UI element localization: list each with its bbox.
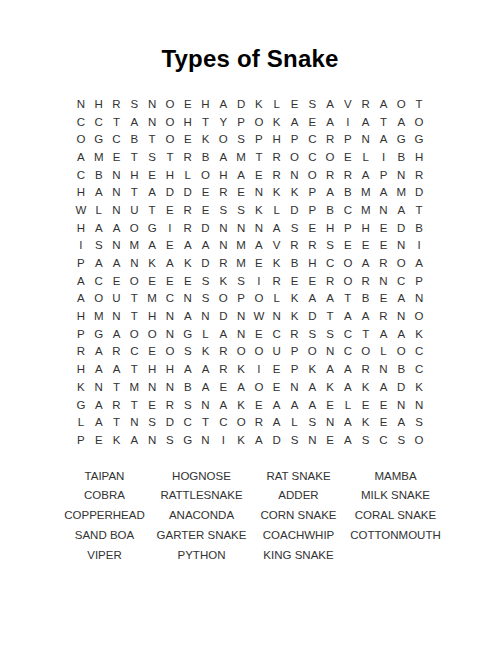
- grid-cell[interactable]: E: [143, 343, 161, 361]
- grid-cell[interactable]: S: [161, 431, 179, 449]
- grid-cell[interactable]: S: [179, 343, 197, 361]
- grid-cell[interactable]: S: [303, 325, 321, 343]
- grid-cell[interactable]: T: [197, 413, 215, 431]
- grid-cell[interactable]: T: [357, 325, 375, 343]
- grid-cell[interactable]: K: [197, 343, 215, 361]
- grid-cell[interactable]: M: [232, 237, 250, 255]
- grid-cell[interactable]: N: [392, 166, 410, 184]
- grid-cell[interactable]: N: [250, 183, 268, 201]
- grid-cell[interactable]: O: [392, 95, 410, 113]
- grid-cell[interactable]: N: [143, 378, 161, 396]
- grid-cell[interactable]: N: [321, 413, 339, 431]
- grid-cell[interactable]: A: [357, 254, 375, 272]
- grid-cell[interactable]: A: [375, 130, 393, 148]
- grid-cell[interactable]: M: [143, 290, 161, 308]
- grid-cell[interactable]: P: [339, 130, 357, 148]
- grid-cell[interactable]: N: [197, 431, 215, 449]
- grid-cell[interactable]: N: [108, 307, 126, 325]
- grid-cell[interactable]: H: [143, 360, 161, 378]
- grid-cell[interactable]: A: [339, 307, 357, 325]
- grid-cell[interactable]: Y: [214, 113, 232, 131]
- grid-cell[interactable]: R: [179, 219, 197, 237]
- grid-cell[interactable]: M: [357, 201, 375, 219]
- grid-cell[interactable]: R: [303, 237, 321, 255]
- grid-cell[interactable]: O: [339, 272, 357, 290]
- grid-cell[interactable]: K: [143, 254, 161, 272]
- grid-cell[interactable]: A: [108, 219, 126, 237]
- grid-cell[interactable]: T: [161, 148, 179, 166]
- grid-cell[interactable]: M: [392, 183, 410, 201]
- grid-cell[interactable]: K: [72, 378, 90, 396]
- grid-cell[interactable]: W: [250, 307, 268, 325]
- grid-cell[interactable]: O: [303, 166, 321, 184]
- grid-cell[interactable]: S: [90, 237, 108, 255]
- grid-cell[interactable]: A: [197, 360, 215, 378]
- grid-cell[interactable]: N: [392, 396, 410, 414]
- grid-cell[interactable]: B: [410, 219, 428, 237]
- grid-cell[interactable]: T: [143, 130, 161, 148]
- grid-cell[interactable]: O: [232, 413, 250, 431]
- grid-cell[interactable]: I: [410, 237, 428, 255]
- grid-cell[interactable]: P: [72, 254, 90, 272]
- grid-cell[interactable]: D: [232, 95, 250, 113]
- grid-cell[interactable]: R: [339, 166, 357, 184]
- grid-cell[interactable]: O: [250, 343, 268, 361]
- grid-cell[interactable]: M: [125, 237, 143, 255]
- grid-cell[interactable]: D: [392, 219, 410, 237]
- grid-cell[interactable]: L: [339, 396, 357, 414]
- grid-cell[interactable]: G: [179, 325, 197, 343]
- grid-cell[interactable]: T: [125, 290, 143, 308]
- grid-cell[interactable]: A: [357, 113, 375, 131]
- grid-cell[interactable]: V: [339, 95, 357, 113]
- grid-cell[interactable]: A: [375, 325, 393, 343]
- grid-cell[interactable]: A: [232, 378, 250, 396]
- grid-cell[interactable]: A: [90, 360, 108, 378]
- grid-cell[interactable]: K: [232, 396, 250, 414]
- grid-cell[interactable]: E: [108, 272, 126, 290]
- grid-cell[interactable]: K: [268, 254, 286, 272]
- grid-cell[interactable]: O: [232, 343, 250, 361]
- grid-cell[interactable]: S: [392, 431, 410, 449]
- grid-cell[interactable]: W: [72, 201, 90, 219]
- grid-cell[interactable]: E: [375, 396, 393, 414]
- grid-cell[interactable]: A: [125, 431, 143, 449]
- grid-cell[interactable]: A: [179, 307, 197, 325]
- grid-cell[interactable]: E: [161, 237, 179, 255]
- grid-cell[interactable]: O: [250, 378, 268, 396]
- grid-cell[interactable]: A: [268, 413, 286, 431]
- grid-cell[interactable]: P: [72, 325, 90, 343]
- grid-cell[interactable]: R: [214, 360, 232, 378]
- grid-cell[interactable]: O: [410, 113, 428, 131]
- grid-cell[interactable]: A: [108, 360, 126, 378]
- grid-cell[interactable]: N: [232, 219, 250, 237]
- grid-cell[interactable]: N: [197, 396, 215, 414]
- grid-cell[interactable]: R: [286, 237, 304, 255]
- grid-cell[interactable]: A: [197, 237, 215, 255]
- grid-cell[interactable]: T: [108, 378, 126, 396]
- grid-cell[interactable]: E: [250, 396, 268, 414]
- grid-cell[interactable]: R: [214, 343, 232, 361]
- grid-cell[interactable]: N: [143, 431, 161, 449]
- grid-cell[interactable]: K: [303, 360, 321, 378]
- grid-cell[interactable]: N: [303, 431, 321, 449]
- grid-cell[interactable]: O: [143, 325, 161, 343]
- grid-cell[interactable]: A: [321, 290, 339, 308]
- grid-cell[interactable]: K: [286, 307, 304, 325]
- grid-cell[interactable]: H: [143, 307, 161, 325]
- grid-cell[interactable]: O: [303, 343, 321, 361]
- grid-cell[interactable]: K: [321, 378, 339, 396]
- grid-cell[interactable]: E: [197, 183, 215, 201]
- grid-cell[interactable]: E: [143, 166, 161, 184]
- grid-cell[interactable]: E: [286, 272, 304, 290]
- grid-cell[interactable]: A: [375, 183, 393, 201]
- grid-cell[interactable]: S: [197, 272, 215, 290]
- grid-cell[interactable]: D: [268, 431, 286, 449]
- grid-cell[interactable]: O: [392, 254, 410, 272]
- grid-cell[interactable]: K: [410, 325, 428, 343]
- grid-cell[interactable]: A: [375, 378, 393, 396]
- grid-cell[interactable]: O: [339, 254, 357, 272]
- grid-cell[interactable]: A: [90, 219, 108, 237]
- grid-cell[interactable]: N: [143, 95, 161, 113]
- grid-cell[interactable]: I: [375, 148, 393, 166]
- grid-cell[interactable]: H: [321, 219, 339, 237]
- grid-cell[interactable]: O: [161, 95, 179, 113]
- grid-cell[interactable]: I: [161, 219, 179, 237]
- grid-cell[interactable]: A: [286, 113, 304, 131]
- grid-cell[interactable]: E: [268, 360, 286, 378]
- grid-cell[interactable]: N: [108, 201, 126, 219]
- grid-cell[interactable]: P: [303, 183, 321, 201]
- grid-cell[interactable]: A: [232, 166, 250, 184]
- grid-cell[interactable]: E: [179, 95, 197, 113]
- grid-cell[interactable]: K: [250, 95, 268, 113]
- grid-cell[interactable]: P: [410, 272, 428, 290]
- grid-cell[interactable]: E: [90, 431, 108, 449]
- grid-cell[interactable]: R: [286, 325, 304, 343]
- grid-cell[interactable]: G: [392, 130, 410, 148]
- grid-cell[interactable]: O: [321, 148, 339, 166]
- grid-cell[interactable]: O: [161, 113, 179, 131]
- grid-cell[interactable]: E: [161, 201, 179, 219]
- grid-cell[interactable]: A: [321, 360, 339, 378]
- grid-cell[interactable]: E: [375, 413, 393, 431]
- grid-cell[interactable]: C: [125, 343, 143, 361]
- grid-cell[interactable]: O: [410, 431, 428, 449]
- grid-cell[interactable]: O: [125, 272, 143, 290]
- grid-cell[interactable]: B: [286, 254, 304, 272]
- grid-cell[interactable]: A: [214, 148, 232, 166]
- grid-cell[interactable]: E: [339, 237, 357, 255]
- grid-cell[interactable]: P: [303, 201, 321, 219]
- grid-cell[interactable]: D: [214, 307, 232, 325]
- grid-cell[interactable]: U: [125, 201, 143, 219]
- grid-cell[interactable]: E: [286, 95, 304, 113]
- grid-cell[interactable]: A: [108, 254, 126, 272]
- grid-cell[interactable]: D: [303, 307, 321, 325]
- grid-cell[interactable]: S: [143, 413, 161, 431]
- grid-cell[interactable]: T: [143, 201, 161, 219]
- grid-cell[interactable]: E: [179, 272, 197, 290]
- grid-cell[interactable]: B: [125, 130, 143, 148]
- grid-cell[interactable]: K: [410, 378, 428, 396]
- grid-cell[interactable]: M: [232, 254, 250, 272]
- grid-cell[interactable]: P: [250, 130, 268, 148]
- grid-cell[interactable]: E: [108, 148, 126, 166]
- grid-cell[interactable]: R: [72, 343, 90, 361]
- grid-cell[interactable]: G: [179, 431, 197, 449]
- grid-cell[interactable]: E: [375, 290, 393, 308]
- grid-cell[interactable]: A: [303, 378, 321, 396]
- grid-cell[interactable]: R: [268, 148, 286, 166]
- grid-cell[interactable]: L: [375, 343, 393, 361]
- grid-cell[interactable]: D: [410, 183, 428, 201]
- grid-cell[interactable]: T: [410, 95, 428, 113]
- grid-cell[interactable]: I: [339, 113, 357, 131]
- grid-cell[interactable]: N: [72, 95, 90, 113]
- grid-cell[interactable]: T: [125, 360, 143, 378]
- grid-cell[interactable]: L: [286, 413, 304, 431]
- grid-cell[interactable]: G: [90, 325, 108, 343]
- grid-cell[interactable]: E: [303, 113, 321, 131]
- grid-cell[interactable]: C: [410, 343, 428, 361]
- grid-cell[interactable]: H: [357, 219, 375, 237]
- grid-cell[interactable]: O: [161, 130, 179, 148]
- grid-cell[interactable]: L: [268, 290, 286, 308]
- grid-cell[interactable]: N: [108, 183, 126, 201]
- grid-cell[interactable]: H: [72, 307, 90, 325]
- grid-cell[interactable]: L: [90, 201, 108, 219]
- grid-cell[interactable]: R: [268, 166, 286, 184]
- grid-cell[interactable]: E: [357, 237, 375, 255]
- grid-cell[interactable]: O: [214, 130, 232, 148]
- grid-cell[interactable]: S: [303, 95, 321, 113]
- grid-cell[interactable]: A: [339, 431, 357, 449]
- grid-cell[interactable]: S: [143, 148, 161, 166]
- grid-cell[interactable]: B: [179, 378, 197, 396]
- grid-cell[interactable]: H: [410, 148, 428, 166]
- grid-cell[interactable]: E: [375, 219, 393, 237]
- grid-cell[interactable]: A: [339, 413, 357, 431]
- grid-cell[interactable]: N: [375, 201, 393, 219]
- grid-cell[interactable]: C: [303, 130, 321, 148]
- grid-cell[interactable]: D: [179, 183, 197, 201]
- grid-cell[interactable]: O: [125, 325, 143, 343]
- grid-cell[interactable]: E: [303, 219, 321, 237]
- grid-cell[interactable]: N: [197, 307, 215, 325]
- grid-cell[interactable]: E: [321, 396, 339, 414]
- grid-cell[interactable]: O: [357, 343, 375, 361]
- grid-cell[interactable]: K: [197, 130, 215, 148]
- grid-cell[interactable]: R: [214, 254, 232, 272]
- grid-cell[interactable]: L: [179, 166, 197, 184]
- grid-cell[interactable]: D: [161, 183, 179, 201]
- grid-cell[interactable]: E: [250, 254, 268, 272]
- grid-cell[interactable]: O: [392, 343, 410, 361]
- grid-cell[interactable]: S: [321, 237, 339, 255]
- grid-cell[interactable]: M: [90, 307, 108, 325]
- grid-cell[interactable]: K: [357, 413, 375, 431]
- grid-cell[interactable]: B: [339, 183, 357, 201]
- grid-cell[interactable]: O: [250, 290, 268, 308]
- grid-cell[interactable]: T: [125, 396, 143, 414]
- grid-cell[interactable]: C: [339, 201, 357, 219]
- grid-cell[interactable]: C: [268, 325, 286, 343]
- grid-cell[interactable]: E: [357, 396, 375, 414]
- grid-cell[interactable]: R: [250, 413, 268, 431]
- grid-cell[interactable]: B: [321, 201, 339, 219]
- grid-cell[interactable]: R: [357, 272, 375, 290]
- grid-cell[interactable]: C: [161, 290, 179, 308]
- grid-cell[interactable]: E: [232, 183, 250, 201]
- grid-cell[interactable]: A: [90, 413, 108, 431]
- grid-cell[interactable]: I: [214, 431, 232, 449]
- grid-cell[interactable]: E: [161, 272, 179, 290]
- grid-cell[interactable]: K: [232, 360, 250, 378]
- grid-cell[interactable]: R: [179, 201, 197, 219]
- grid-cell[interactable]: R: [108, 396, 126, 414]
- grid-cell[interactable]: A: [108, 325, 126, 343]
- grid-cell[interactable]: R: [108, 343, 126, 361]
- grid-cell[interactable]: O: [161, 343, 179, 361]
- grid-cell[interactable]: C: [375, 431, 393, 449]
- grid-cell[interactable]: A: [72, 290, 90, 308]
- grid-cell[interactable]: S: [232, 272, 250, 290]
- grid-cell[interactable]: T: [375, 113, 393, 131]
- grid-cell[interactable]: T: [125, 183, 143, 201]
- grid-cell[interactable]: M: [90, 148, 108, 166]
- grid-cell[interactable]: B: [357, 290, 375, 308]
- grid-cell[interactable]: N: [108, 237, 126, 255]
- grid-cell[interactable]: K: [357, 378, 375, 396]
- grid-cell[interactable]: K: [268, 113, 286, 131]
- grid-cell[interactable]: E: [143, 396, 161, 414]
- grid-cell[interactable]: R: [214, 183, 232, 201]
- grid-cell[interactable]: S: [197, 290, 215, 308]
- grid-cell[interactable]: B: [392, 148, 410, 166]
- grid-cell[interactable]: S: [125, 95, 143, 113]
- grid-cell[interactable]: A: [410, 254, 428, 272]
- grid-cell[interactable]: N: [161, 378, 179, 396]
- grid-cell[interactable]: R: [375, 254, 393, 272]
- grid-cell[interactable]: B: [392, 360, 410, 378]
- grid-cell[interactable]: L: [357, 148, 375, 166]
- grid-cell[interactable]: N: [232, 325, 250, 343]
- grid-cell[interactable]: N: [410, 396, 428, 414]
- grid-cell[interactable]: A: [303, 290, 321, 308]
- grid-cell[interactable]: O: [125, 219, 143, 237]
- grid-cell[interactable]: E: [321, 431, 339, 449]
- grid-cell[interactable]: S: [286, 219, 304, 237]
- grid-cell[interactable]: G: [143, 219, 161, 237]
- grid-cell[interactable]: H: [214, 166, 232, 184]
- grid-cell[interactable]: K: [286, 183, 304, 201]
- grid-cell[interactable]: O: [250, 113, 268, 131]
- grid-cell[interactable]: C: [321, 254, 339, 272]
- grid-cell[interactable]: R: [321, 130, 339, 148]
- grid-cell[interactable]: R: [357, 360, 375, 378]
- grid-cell[interactable]: A: [125, 113, 143, 131]
- grid-cell[interactable]: P: [286, 360, 304, 378]
- grid-cell[interactable]: K: [250, 201, 268, 219]
- grid-cell[interactable]: H: [72, 219, 90, 237]
- grid-cell[interactable]: T: [125, 148, 143, 166]
- grid-cell[interactable]: N: [375, 272, 393, 290]
- grid-cell[interactable]: N: [125, 413, 143, 431]
- grid-cell[interactable]: A: [392, 325, 410, 343]
- grid-cell[interactable]: K: [268, 183, 286, 201]
- grid-cell[interactable]: A: [357, 307, 375, 325]
- grid-cell[interactable]: N: [357, 130, 375, 148]
- grid-cell[interactable]: A: [161, 254, 179, 272]
- grid-cell[interactable]: A: [392, 290, 410, 308]
- grid-cell[interactable]: G: [72, 396, 90, 414]
- grid-cell[interactable]: B: [197, 148, 215, 166]
- grid-cell[interactable]: L: [72, 413, 90, 431]
- grid-cell[interactable]: D: [286, 201, 304, 219]
- grid-cell[interactable]: R: [375, 307, 393, 325]
- grid-cell[interactable]: S: [321, 325, 339, 343]
- grid-cell[interactable]: A: [392, 201, 410, 219]
- grid-cell[interactable]: C: [339, 325, 357, 343]
- grid-cell[interactable]: I: [250, 272, 268, 290]
- grid-cell[interactable]: N: [250, 219, 268, 237]
- grid-cell[interactable]: C: [72, 113, 90, 131]
- grid-cell[interactable]: C: [410, 360, 428, 378]
- grid-cell[interactable]: P: [286, 130, 304, 148]
- grid-cell[interactable]: H: [90, 95, 108, 113]
- grid-cell[interactable]: G: [90, 130, 108, 148]
- grid-cell[interactable]: A: [143, 237, 161, 255]
- grid-cell[interactable]: P: [375, 166, 393, 184]
- grid-cell[interactable]: N: [143, 113, 161, 131]
- grid-cell[interactable]: A: [303, 396, 321, 414]
- grid-cell[interactable]: C: [108, 130, 126, 148]
- grid-cell[interactable]: K: [214, 272, 232, 290]
- grid-cell[interactable]: E: [268, 378, 286, 396]
- grid-cell[interactable]: C: [179, 413, 197, 431]
- grid-cell[interactable]: A: [72, 148, 90, 166]
- grid-cell[interactable]: L: [197, 325, 215, 343]
- grid-cell[interactable]: I: [72, 237, 90, 255]
- grid-cell[interactable]: T: [108, 113, 126, 131]
- grid-cell[interactable]: E: [375, 237, 393, 255]
- grid-cell[interactable]: A: [72, 272, 90, 290]
- grid-cell[interactable]: M: [357, 183, 375, 201]
- grid-cell[interactable]: R: [321, 272, 339, 290]
- grid-cell[interactable]: N: [392, 237, 410, 255]
- grid-cell[interactable]: A: [375, 95, 393, 113]
- grid-cell[interactable]: C: [72, 166, 90, 184]
- grid-cell[interactable]: H: [197, 95, 215, 113]
- grid-cell[interactable]: H: [268, 130, 286, 148]
- grid-cell[interactable]: E: [197, 201, 215, 219]
- grid-cell[interactable]: C: [392, 272, 410, 290]
- grid-cell[interactable]: A: [268, 219, 286, 237]
- grid-cell[interactable]: A: [392, 113, 410, 131]
- grid-cell[interactable]: T: [108, 413, 126, 431]
- grid-cell[interactable]: O: [197, 166, 215, 184]
- grid-cell[interactable]: A: [321, 113, 339, 131]
- grid-cell[interactable]: E: [303, 272, 321, 290]
- grid-cell[interactable]: D: [197, 219, 215, 237]
- grid-cell[interactable]: A: [268, 396, 286, 414]
- grid-cell[interactable]: N: [161, 307, 179, 325]
- grid-cell[interactable]: K: [108, 431, 126, 449]
